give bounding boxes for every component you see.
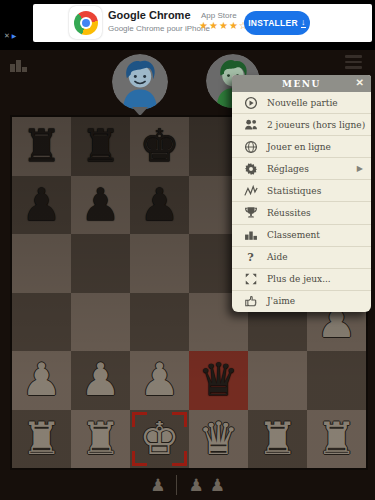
ad-banner[interactable]: Google Chrome Google Chrome pour iPhone … xyxy=(33,4,372,42)
globe-icon xyxy=(243,140,258,154)
square-b3[interactable] xyxy=(71,293,130,352)
installer-label: INSTALLER xyxy=(248,18,298,28)
close-icon[interactable]: ✕ xyxy=(356,77,364,88)
piece-white-pawn: ♟ xyxy=(21,351,61,409)
expand-icon xyxy=(243,272,258,286)
captured-pawn-icon: ♟ xyxy=(150,475,165,495)
captured-right-group: ♟♟ xyxy=(185,475,228,495)
adchoices-control[interactable]: ✕ ▶ xyxy=(4,32,16,40)
piece-white-pawn: ♟ xyxy=(80,351,120,409)
stats-icon xyxy=(243,184,258,198)
check-marker xyxy=(132,451,147,466)
piece-black-king: ♚ xyxy=(139,117,179,175)
player-avatar-blue[interactable] xyxy=(112,54,168,110)
menu-item-statistics[interactable]: Statistiques xyxy=(232,179,371,201)
menu-item-two-players[interactable]: 2 joueurs (hors ligne) xyxy=(232,113,371,135)
square-b4[interactable] xyxy=(71,234,130,293)
chevron-right-icon: ▶ xyxy=(357,164,363,173)
ad-subtitle: Google Chrome pour iPhone xyxy=(108,24,210,33)
piece-black-rook: ♜ xyxy=(80,117,120,175)
chrome-app-tile xyxy=(69,6,102,39)
piece-black-pawn: ♟ xyxy=(21,176,61,234)
ad-star-rating: ★★★★☆ xyxy=(199,20,249,31)
square-c6[interactable]: ♚ xyxy=(130,117,189,176)
menu-item-more-games[interactable]: Plus de jeux... xyxy=(232,268,371,290)
menu-item-label: Statistiques xyxy=(267,186,321,196)
download-icon: ↓ xyxy=(301,18,306,28)
menu-panel: MENU ✕ Nouvelle partie2 joueurs (hors li… xyxy=(232,75,371,312)
menu-item-label: Classement xyxy=(267,230,320,240)
menu-item-like[interactable]: J'aime xyxy=(232,290,371,312)
square-a3[interactable] xyxy=(12,293,71,352)
menu-title: MENU xyxy=(282,79,321,89)
square-b5[interactable]: ♟ xyxy=(71,176,130,235)
captured-left-group: ♟ xyxy=(147,475,168,495)
piece-white-rook: ♜ xyxy=(80,410,120,468)
avatar-blue-figure xyxy=(112,54,168,110)
hamburger-menu-icon[interactable] xyxy=(345,55,362,70)
ad-close-icon[interactable]: ✕ xyxy=(4,32,10,39)
square-f1[interactable]: ♜ xyxy=(307,410,366,469)
square-a6[interactable]: ♜ xyxy=(12,117,71,176)
thumb-up-icon xyxy=(243,294,258,308)
menu-item-settings[interactable]: Réglages▶ xyxy=(232,157,371,179)
square-a2[interactable]: ♟ xyxy=(12,351,71,410)
ad-store-label: App Store xyxy=(201,11,237,20)
menu-item-new-game[interactable]: Nouvelle partie xyxy=(232,92,371,113)
menu-header: MENU ✕ xyxy=(232,75,371,92)
podium-icon xyxy=(243,228,258,242)
square-a4[interactable] xyxy=(12,234,71,293)
gear-icon xyxy=(243,162,258,176)
piece-black-pawn: ♟ xyxy=(139,176,179,234)
question-icon: ? xyxy=(243,251,258,264)
piece-white-rook: ♜ xyxy=(21,410,61,468)
app-screen: Google Chrome Google Chrome pour iPhone … xyxy=(0,0,375,500)
square-d1[interactable]: ♛ xyxy=(189,410,248,469)
square-e1[interactable]: ♜ xyxy=(248,410,307,469)
menu-item-label: 2 joueurs (hors ligne) xyxy=(267,120,365,130)
leaderboard-icon[interactable] xyxy=(10,58,27,72)
check-marker xyxy=(172,451,187,466)
square-c1[interactable]: ♚ xyxy=(130,410,189,469)
menu-item-label: Réussites xyxy=(267,208,311,218)
menu-item-play-online[interactable]: Jouer en ligne xyxy=(232,135,371,157)
chrome-logo-icon xyxy=(74,11,98,35)
square-a1[interactable]: ♜ xyxy=(12,410,71,469)
two-players-icon xyxy=(243,118,258,132)
square-e2[interactable] xyxy=(248,351,307,410)
menu-item-help[interactable]: ?Aide xyxy=(232,246,371,268)
piece-white-queen: ♛ xyxy=(198,410,238,468)
piece-white-rook: ♜ xyxy=(316,410,356,468)
play-circle-icon xyxy=(243,96,258,110)
menu-item-achievements[interactable]: Réussites xyxy=(232,201,371,223)
captured-pieces-tray: ♟ ♟♟ xyxy=(0,470,375,500)
square-f2[interactable] xyxy=(307,351,366,410)
square-c3[interactable] xyxy=(130,293,189,352)
ad-title: Google Chrome xyxy=(108,9,191,21)
menu-item-label: Réglages xyxy=(267,164,309,174)
piece-white-rook: ♜ xyxy=(257,410,297,468)
piece-black-queen: ♛ xyxy=(198,351,238,409)
menu-item-label: Nouvelle partie xyxy=(267,98,338,108)
menu-item-label: Jouer en ligne xyxy=(267,142,331,152)
piece-white-pawn: ♟ xyxy=(139,351,179,409)
captured-pawn-icon: ♟ xyxy=(210,475,225,495)
check-marker xyxy=(132,412,147,427)
square-c4[interactable] xyxy=(130,234,189,293)
menu-item-ranking[interactable]: Classement xyxy=(232,224,371,246)
check-marker xyxy=(172,412,187,427)
square-b6[interactable]: ♜ xyxy=(71,117,130,176)
captured-pawn-icon: ♟ xyxy=(188,475,203,495)
piece-black-rook: ♜ xyxy=(21,117,61,175)
square-b1[interactable]: ♜ xyxy=(71,410,130,469)
square-c2[interactable]: ♟ xyxy=(130,351,189,410)
square-a5[interactable]: ♟ xyxy=(12,176,71,235)
square-d2[interactable]: ♛ xyxy=(189,351,248,410)
tray-divider xyxy=(176,475,177,495)
adchoices-icon[interactable]: ▶ xyxy=(12,33,17,39)
menu-item-label: Plus de jeux... xyxy=(267,274,331,284)
square-c5[interactable]: ♟ xyxy=(130,176,189,235)
menu-item-label: Aide xyxy=(267,252,287,262)
square-b2[interactable]: ♟ xyxy=(71,351,130,410)
trophy-icon xyxy=(243,206,258,220)
installer-button[interactable]: INSTALLER ↓ xyxy=(244,11,310,35)
menu-item-label: J'aime xyxy=(267,296,295,306)
turn-indicator-triangle xyxy=(132,107,148,116)
piece-black-pawn: ♟ xyxy=(80,176,120,234)
